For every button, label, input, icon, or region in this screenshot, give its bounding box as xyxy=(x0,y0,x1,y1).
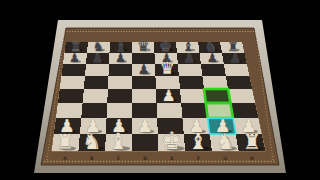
file-label-f: F xyxy=(197,156,200,161)
square-d1[interactable] xyxy=(132,134,159,151)
file-label-c: C xyxy=(117,156,121,161)
file-label-a: A xyxy=(63,156,67,161)
white-king-e1[interactable]: ♚ xyxy=(161,127,183,155)
white-knight-g1[interactable]: ♞ xyxy=(216,129,235,154)
file-label-g: G xyxy=(223,156,227,161)
square-d4[interactable] xyxy=(132,89,157,103)
square-b4[interactable] xyxy=(83,89,108,103)
file-label-h: H xyxy=(250,156,254,161)
black-pawn-b7[interactable]: ♟ xyxy=(92,51,103,65)
chess-app-screen: ABCDEFGH♜♞♝♛♚♝♞♜♟♟♟♟♟♟♟♟♛♟♟♟♟♟♟♟♟♜♞♝♚♝♞♜ xyxy=(0,0,320,180)
file-label-d: D xyxy=(143,156,147,161)
black-pawn-c7[interactable]: ♟ xyxy=(115,51,126,65)
square-f5[interactable] xyxy=(179,76,204,89)
white-pawn-d2[interactable]: ♟ xyxy=(137,116,153,136)
move-highlight-g4[interactable] xyxy=(204,89,230,103)
square-a5[interactable] xyxy=(60,76,85,89)
black-pawn-h7[interactable]: ♟ xyxy=(230,51,241,65)
square-e3[interactable] xyxy=(157,103,183,118)
white-pawn-e4[interactable]: ♟ xyxy=(162,87,176,105)
black-pawn-a7[interactable]: ♟ xyxy=(69,51,80,65)
square-c6[interactable] xyxy=(108,64,132,76)
square-f6[interactable] xyxy=(178,64,202,76)
square-h4[interactable] xyxy=(228,89,255,103)
square-f4[interactable] xyxy=(180,89,206,103)
white-rook-a1[interactable]: ♜ xyxy=(56,130,75,154)
file-label-b: B xyxy=(90,156,94,161)
square-b5[interactable] xyxy=(84,76,109,89)
white-queen-e6[interactable]: ♛ xyxy=(160,58,175,78)
square-g5[interactable] xyxy=(202,76,228,89)
square-b6[interactable] xyxy=(85,64,109,76)
black-pawn-f7[interactable]: ♟ xyxy=(184,51,195,65)
black-queen-d8[interactable]: ♛ xyxy=(137,38,150,54)
square-h6[interactable] xyxy=(224,64,250,76)
square-a6[interactable] xyxy=(61,64,86,76)
square-c4[interactable] xyxy=(107,89,132,103)
black-pawn-g7[interactable]: ♟ xyxy=(207,51,218,65)
white-knight-b1[interactable]: ♞ xyxy=(82,129,101,154)
square-g6[interactable] xyxy=(201,64,226,76)
file-label-e: E xyxy=(170,156,173,161)
square-d5[interactable] xyxy=(132,76,156,89)
white-rook-h1[interactable]: ♜ xyxy=(243,130,262,154)
white-bishop-c1[interactable]: ♝ xyxy=(108,128,128,154)
square-c5[interactable] xyxy=(108,76,132,89)
white-bishop-f1[interactable]: ♝ xyxy=(189,128,209,154)
square-a4[interactable] xyxy=(58,89,84,103)
square-h5[interactable] xyxy=(226,76,252,89)
chess-board: ABCDEFGH♜♞♝♛♚♝♞♜♟♟♟♟♟♟♟♟♛♟♟♟♟♟♟♟♟♜♞♝♚♝♞♜ xyxy=(0,0,320,180)
black-pawn-d6[interactable]: ♟ xyxy=(138,62,150,77)
